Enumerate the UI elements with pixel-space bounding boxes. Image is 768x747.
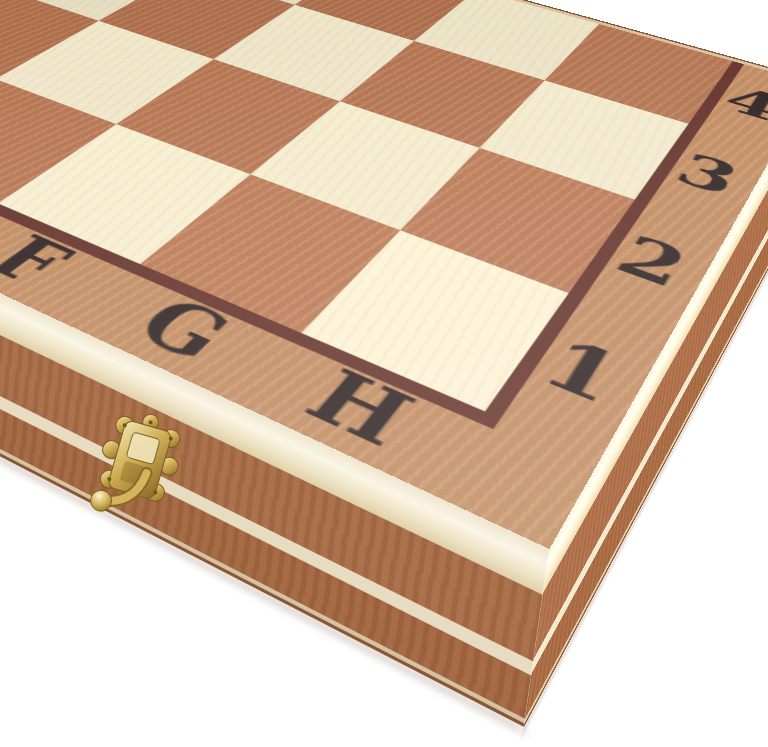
brass-latch-icon	[78, 404, 198, 534]
product-photo-stage: ABCDEFGH1234	[0, 0, 768, 747]
latch-group	[86, 404, 191, 529]
latch-ball-icon	[88, 488, 114, 514]
